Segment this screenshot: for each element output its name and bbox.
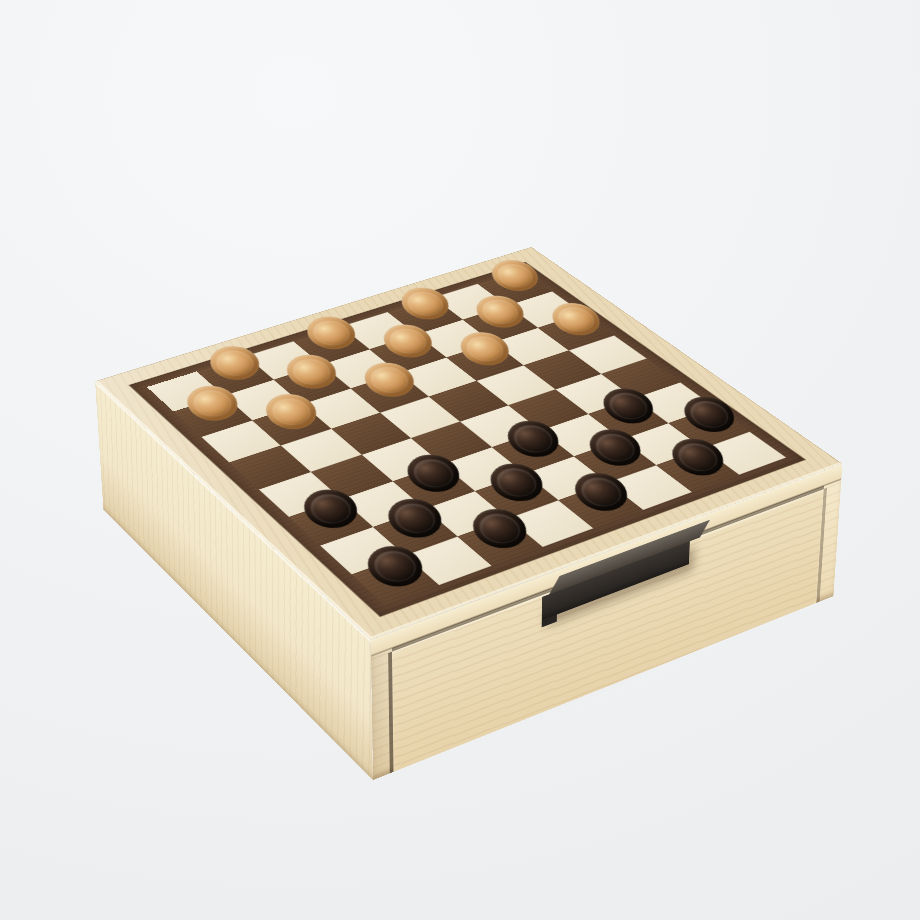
wooden-game-box [95,247,842,640]
checker-light[interactable] [483,255,546,295]
checker-light[interactable] [299,311,364,354]
checker-light[interactable] [393,283,457,325]
product-photo-stage [0,0,920,920]
checker-dark[interactable] [663,433,734,481]
checker-light[interactable] [201,341,267,385]
perspective-wrapper [0,0,920,920]
checker-dark[interactable] [580,424,650,472]
